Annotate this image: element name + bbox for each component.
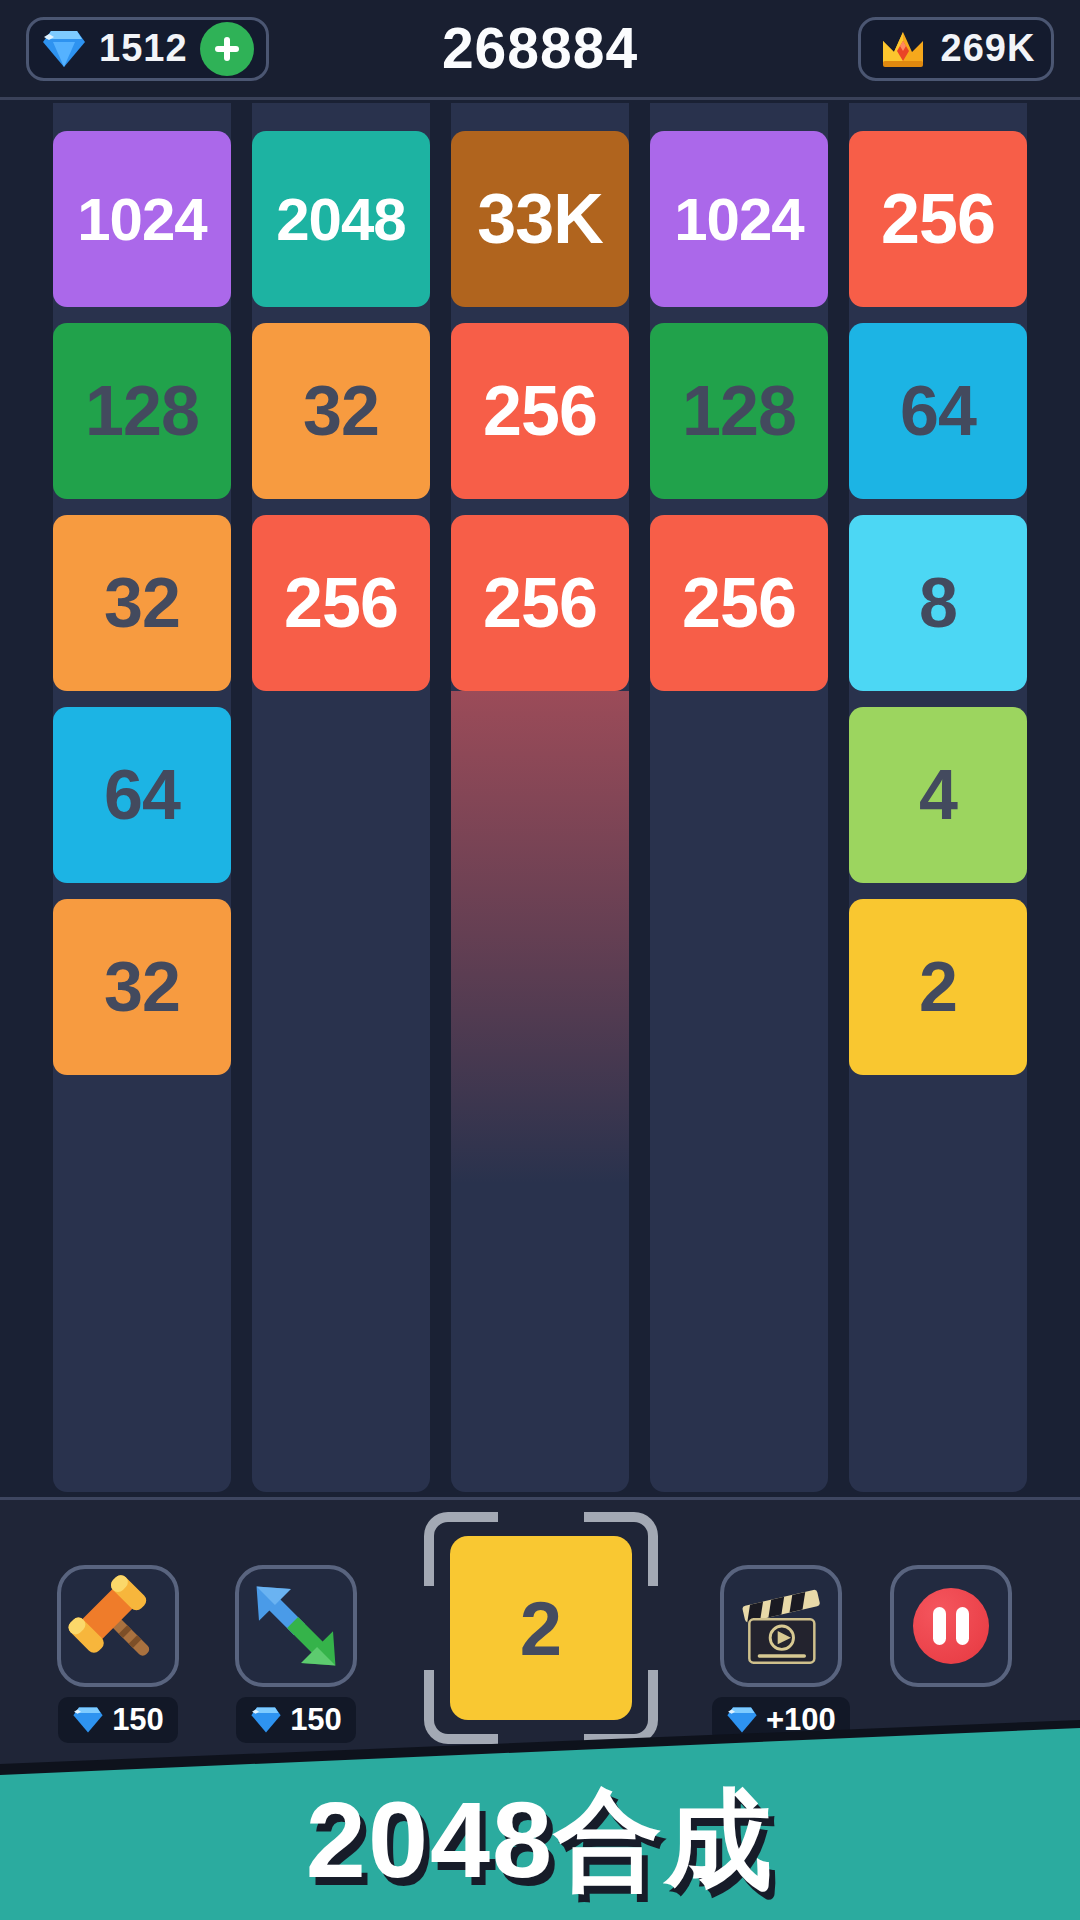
banner-title: 2048合成 <box>306 1768 774 1914</box>
tile-32: 32 <box>53 515 231 691</box>
hammer-icon <box>44 1552 191 1699</box>
tile-128: 128 <box>650 323 828 499</box>
add-gems-button[interactable] <box>200 22 254 76</box>
tile-256: 256 <box>252 515 430 691</box>
tile-128: 128 <box>53 323 231 499</box>
bottom-banner: 2048合成 <box>0 1720 1080 1920</box>
tile-8: 8 <box>849 515 1027 691</box>
drop-trail <box>451 691 629 1251</box>
board-column-3[interactable]: 33K256256 <box>451 103 629 1492</box>
clapperboard-icon <box>731 1576 831 1676</box>
tile-33K: 33K <box>451 131 629 307</box>
tile-64: 64 <box>53 707 231 883</box>
board: 102412832643220483225633K256256102412825… <box>0 103 1080 1492</box>
current-tile-frame: 2 <box>424 1512 658 1744</box>
board-column-4[interactable]: 1024128256 <box>650 103 828 1492</box>
crown-icon <box>877 27 929 71</box>
game-screen: 1512 268884 269K 102412 <box>0 0 1080 1920</box>
current-tile[interactable]: 2 <box>450 1536 632 1720</box>
board-column-1[interactable]: 1024128326432 <box>53 103 231 1492</box>
swap-button[interactable] <box>235 1565 357 1687</box>
top-bar: 1512 268884 269K <box>0 0 1080 100</box>
tile-1024: 1024 <box>650 131 828 307</box>
swap-arrows-icon <box>244 1574 348 1678</box>
hammer-button[interactable] <box>57 1565 179 1687</box>
score-value: 268884 <box>442 14 638 80</box>
tile-1024: 1024 <box>53 131 231 307</box>
board-column-2[interactable]: 204832256 <box>252 103 430 1492</box>
gem-icon <box>41 29 87 69</box>
gem-count: 1512 <box>99 27 188 70</box>
gem-counter-pill[interactable]: 1512 <box>26 17 269 81</box>
tile-256: 256 <box>849 131 1027 307</box>
tile-2: 2 <box>849 899 1027 1075</box>
watch-video-button[interactable] <box>720 1565 842 1687</box>
best-score-pill[interactable]: 269K <box>858 17 1054 81</box>
tile-256: 256 <box>451 515 629 691</box>
tile-4: 4 <box>849 707 1027 883</box>
tile-32: 32 <box>252 323 430 499</box>
tile-256: 256 <box>451 323 629 499</box>
best-score: 269K <box>941 27 1036 70</box>
pause-button[interactable] <box>890 1565 1012 1687</box>
board-column-5[interactable]: 25664842 <box>849 103 1027 1492</box>
pause-icon <box>913 1588 989 1664</box>
tile-32: 32 <box>53 899 231 1075</box>
tile-2048: 2048 <box>252 131 430 307</box>
tile-256: 256 <box>650 515 828 691</box>
tile-64: 64 <box>849 323 1027 499</box>
